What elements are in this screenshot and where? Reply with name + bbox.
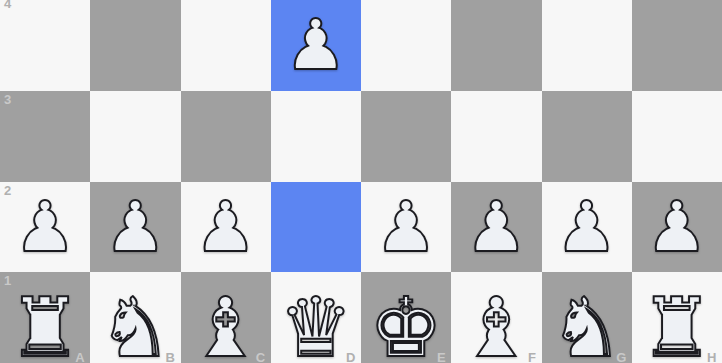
chess-board: 4♟32♟♟♟♟♟♟♟1A♜B♞C♝D♛E♚F♝G♞H♜ [0, 0, 722, 363]
square-f4[interactable] [451, 0, 541, 91]
square-b1[interactable]: B♞ [90, 272, 180, 363]
square-f3[interactable] [451, 91, 541, 182]
piece-white-bishop-f1[interactable]: ♝ [460, 287, 534, 363]
piece-white-pawn-b2[interactable]: ♟ [104, 192, 167, 262]
square-f2[interactable]: ♟ [451, 182, 541, 273]
square-h4[interactable] [632, 0, 722, 91]
square-a1[interactable]: 1A♜ [0, 272, 90, 363]
square-c4[interactable] [181, 0, 271, 91]
square-d4[interactable]: ♟ [271, 0, 361, 91]
square-g4[interactable] [542, 0, 632, 91]
square-g1[interactable]: G♞ [542, 272, 632, 363]
piece-white-pawn-g2[interactable]: ♟ [555, 192, 618, 262]
piece-white-rook-h1[interactable]: ♜ [640, 287, 714, 363]
piece-white-pawn-d4[interactable]: ♟ [284, 10, 347, 80]
square-h2[interactable]: ♟ [632, 182, 722, 273]
square-e1[interactable]: E♚ [361, 272, 451, 363]
square-e4[interactable] [361, 0, 451, 91]
rank-label-4: 4 [4, 0, 12, 11]
piece-white-knight-g1[interactable]: ♞ [550, 287, 624, 363]
rank-label-3: 3 [4, 92, 12, 107]
square-d1[interactable]: D♛ [271, 272, 361, 363]
piece-white-bishop-c1[interactable]: ♝ [189, 287, 263, 363]
square-g3[interactable] [542, 91, 632, 182]
piece-white-pawn-f2[interactable]: ♟ [465, 192, 528, 262]
piece-white-pawn-a2[interactable]: ♟ [14, 192, 77, 262]
square-g2[interactable]: ♟ [542, 182, 632, 273]
square-c2[interactable]: ♟ [181, 182, 271, 273]
piece-white-knight-b1[interactable]: ♞ [99, 287, 173, 363]
square-d2[interactable] [271, 182, 361, 273]
piece-white-pawn-h2[interactable]: ♟ [645, 192, 708, 262]
piece-white-pawn-c2[interactable]: ♟ [194, 192, 257, 262]
square-c1[interactable]: C♝ [181, 272, 271, 363]
square-h3[interactable] [632, 91, 722, 182]
square-a3[interactable]: 3 [0, 91, 90, 182]
rank-label-2: 2 [4, 183, 12, 198]
piece-white-king-e1[interactable]: ♚ [369, 287, 443, 363]
square-e2[interactable]: ♟ [361, 182, 451, 273]
piece-white-rook-a1[interactable]: ♜ [8, 287, 82, 363]
square-b2[interactable]: ♟ [90, 182, 180, 273]
square-c3[interactable] [181, 91, 271, 182]
square-a4[interactable]: 4 [0, 0, 90, 91]
square-e3[interactable] [361, 91, 451, 182]
square-f1[interactable]: F♝ [451, 272, 541, 363]
piece-white-queen-d1[interactable]: ♛ [279, 287, 353, 363]
square-b3[interactable] [90, 91, 180, 182]
piece-white-pawn-e2[interactable]: ♟ [375, 192, 438, 262]
square-a2[interactable]: 2♟ [0, 182, 90, 273]
square-b4[interactable] [90, 0, 180, 91]
square-d3[interactable] [271, 91, 361, 182]
square-h1[interactable]: H♜ [632, 272, 722, 363]
